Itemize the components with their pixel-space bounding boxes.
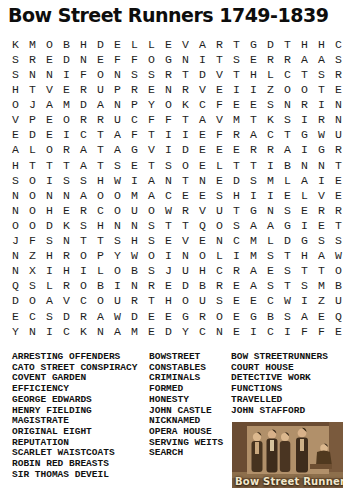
grid-cell-r14c6: T bbox=[92, 233, 109, 248]
grid-cell-r20c3: I bbox=[41, 324, 58, 339]
grid-cell-r4c14: I bbox=[228, 82, 245, 97]
grid-cell-r8c3: O bbox=[41, 143, 58, 158]
grid-cell-r8c16: R bbox=[262, 143, 279, 158]
word-list-column-2: BOWSTREETCONSTABLESCRIMINALSFORMEDHONEST… bbox=[149, 352, 223, 459]
grid-cell-r3c7: N bbox=[109, 67, 126, 82]
grid-cell-r13c1: O bbox=[7, 218, 24, 233]
grid-cell-r1c17: T bbox=[279, 37, 296, 52]
grid-cell-r2c13: T bbox=[211, 52, 228, 67]
grid-cell-r4c17: O bbox=[279, 82, 296, 97]
grid-cell-r9c16: I bbox=[262, 158, 279, 173]
grid-cell-r10c18: A bbox=[296, 173, 313, 188]
grid-cell-r3c2: N bbox=[24, 67, 41, 82]
grid-cell-r1c19: H bbox=[313, 37, 330, 52]
grid-cell-r16c2: X bbox=[24, 264, 41, 279]
grid-cell-r2c12: I bbox=[194, 52, 211, 67]
grid-cell-r12c18: E bbox=[296, 203, 313, 218]
grid-cell-r4c15: I bbox=[245, 82, 262, 97]
grid-cell-r18c8: R bbox=[126, 294, 143, 309]
grid-cell-r6c9: F bbox=[143, 113, 160, 128]
grid-cell-r14c2: F bbox=[24, 233, 41, 248]
grid-cell-r20c5: K bbox=[75, 324, 92, 339]
grid-cell-r14c10: E bbox=[160, 233, 177, 248]
grid-cell-r18c9: T bbox=[143, 294, 160, 309]
grid-cell-r3c13: V bbox=[211, 67, 228, 82]
grid-cell-r1c9: L bbox=[143, 37, 160, 52]
grid-cell-r4c8: R bbox=[126, 82, 143, 97]
grid-cell-r12c15: G bbox=[245, 203, 262, 218]
grid-cell-r13c15: A bbox=[245, 218, 262, 233]
word-list-item: SIR THOMAS DEVEIL bbox=[12, 470, 137, 481]
grid-cell-r3c16: L bbox=[262, 67, 279, 82]
grid-cell-r1c6: D bbox=[92, 37, 109, 52]
grid-cell-r4c1: H bbox=[7, 82, 24, 97]
grid-cell-r8c17: A bbox=[279, 143, 296, 158]
grid-cell-r14c12: E bbox=[194, 233, 211, 248]
grid-cell-r13c14: S bbox=[228, 218, 245, 233]
grid-cell-r20c8: M bbox=[126, 324, 143, 339]
grid-cell-r4c10: N bbox=[160, 82, 177, 97]
grid-cell-r15c19: A bbox=[313, 248, 330, 263]
grid-cell-r16c18: T bbox=[296, 264, 313, 279]
grid-cell-r3c12: D bbox=[194, 67, 211, 82]
grid-cell-r17c17: T bbox=[279, 279, 296, 294]
grid-cell-r11c20: E bbox=[330, 188, 347, 203]
grid-cell-r11c13: S bbox=[211, 188, 228, 203]
grid-cell-r7c7: A bbox=[109, 128, 126, 143]
grid-cell-r14c17: D bbox=[279, 233, 296, 248]
grid-cell-r12c13: U bbox=[211, 203, 228, 218]
grid-cell-r3c3: N bbox=[41, 67, 58, 82]
grid-cell-r2c7: F bbox=[109, 52, 126, 67]
grid-cell-r12c14: T bbox=[228, 203, 245, 218]
grid-cell-r3c17: C bbox=[279, 67, 296, 82]
grid-cell-r2c14: S bbox=[228, 52, 245, 67]
grid-cell-r7c13: F bbox=[211, 128, 228, 143]
grid-cell-r8c6: T bbox=[92, 143, 109, 158]
grid-cell-r6c13: V bbox=[211, 113, 228, 128]
grid-cell-r9c11: O bbox=[177, 158, 194, 173]
grid-cell-r6c3: E bbox=[41, 113, 58, 128]
grid-cell-r20c12: C bbox=[194, 324, 211, 339]
grid-cell-r7c6: T bbox=[92, 128, 109, 143]
grid-cell-r5c11: K bbox=[177, 97, 194, 112]
grid-cell-r6c8: C bbox=[126, 113, 143, 128]
grid-cell-r10c5: S bbox=[75, 173, 92, 188]
grid-cell-r9c13: L bbox=[211, 158, 228, 173]
grid-cell-r11c19: V bbox=[313, 188, 330, 203]
grid-cell-r20c18: F bbox=[296, 324, 313, 339]
grid-cell-r13c2: O bbox=[24, 218, 41, 233]
grid-cell-r7c1: E bbox=[7, 128, 24, 143]
grid-cell-r3c8: S bbox=[126, 67, 143, 82]
grid-cell-r2c18: A bbox=[296, 52, 313, 67]
grid-cell-r9c10: S bbox=[160, 158, 177, 173]
grid-cell-r16c9: S bbox=[143, 264, 160, 279]
grid-cell-r3c10: R bbox=[160, 67, 177, 82]
word-search-grid: KMOBHDELLEVARTGDTHHCSREDNEFFOGNITSERRAAS… bbox=[7, 37, 347, 339]
grid-cell-r10c13: E bbox=[211, 173, 228, 188]
grid-cell-r6c19: R bbox=[313, 113, 330, 128]
grid-cell-r12c2: O bbox=[24, 203, 41, 218]
grid-cell-r7c15: A bbox=[245, 128, 262, 143]
grid-cell-r1c7: E bbox=[109, 37, 126, 52]
grid-cell-r6c12: A bbox=[194, 113, 211, 128]
grid-cell-r16c12: H bbox=[194, 264, 211, 279]
grid-cell-r18c17: W bbox=[279, 294, 296, 309]
grid-cell-r15c4: R bbox=[58, 248, 75, 263]
grid-cell-r19c18: A bbox=[296, 309, 313, 324]
grid-cell-r9c20: T bbox=[330, 158, 347, 173]
grid-cell-r17c5: O bbox=[75, 279, 92, 294]
grid-cell-r19c16: B bbox=[262, 309, 279, 324]
grid-cell-r11c9: A bbox=[143, 188, 160, 203]
grid-cell-r3c18: T bbox=[296, 67, 313, 82]
grid-cell-r6c15: T bbox=[245, 113, 262, 128]
grid-cell-r19c1: E bbox=[7, 309, 24, 324]
grid-cell-r6c10: F bbox=[160, 113, 177, 128]
grid-cell-r16c15: A bbox=[245, 264, 262, 279]
word-list-column-3: BOW STREETRUNNERSCOURT HOUSEDETECTIVE WO… bbox=[231, 352, 328, 416]
grid-cell-r9c15: T bbox=[245, 158, 262, 173]
grid-cell-r15c3: H bbox=[41, 248, 58, 263]
grid-cell-r17c1: Q bbox=[7, 279, 24, 294]
grid-cell-r12c17: S bbox=[279, 203, 296, 218]
grid-cell-r12c11: R bbox=[177, 203, 194, 218]
grid-cell-r6c5: R bbox=[75, 113, 92, 128]
grid-cell-r13c18: I bbox=[296, 218, 313, 233]
grid-cell-r4c11: R bbox=[177, 82, 194, 97]
grid-cell-r5c1: O bbox=[7, 97, 24, 112]
grid-cell-r5c8: P bbox=[126, 97, 143, 112]
grid-cell-r8c10: I bbox=[160, 143, 177, 158]
grid-cell-r3c6: O bbox=[92, 67, 109, 82]
grid-cell-r11c6: O bbox=[92, 188, 109, 203]
grid-cell-r1c2: M bbox=[24, 37, 41, 52]
grid-cell-r9c19: N bbox=[313, 158, 330, 173]
grid-cell-r3c20: R bbox=[330, 67, 347, 82]
grid-cell-r19c3: S bbox=[41, 309, 58, 324]
grid-cell-r17c4: R bbox=[58, 279, 75, 294]
grid-cell-r14c1: J bbox=[7, 233, 24, 248]
grid-cell-r2c20: S bbox=[330, 52, 347, 67]
grid-cell-r8c12: E bbox=[194, 143, 211, 158]
grid-cell-r8c4: R bbox=[58, 143, 75, 158]
grid-cell-r2c5: N bbox=[75, 52, 92, 67]
worksheet-page: Bow Street Runners 1749-1839 KMOBHDELLEV… bbox=[0, 0, 354, 500]
grid-cell-r14c18: G bbox=[296, 233, 313, 248]
grid-cell-r14c15: M bbox=[245, 233, 262, 248]
grid-cell-r7c17: T bbox=[279, 128, 296, 143]
grid-cell-r12c20: R bbox=[330, 203, 347, 218]
grid-cell-r13c9: S bbox=[143, 218, 160, 233]
grid-cell-r5c9: Y bbox=[143, 97, 160, 112]
word-list-item: JOHN STAFFORD bbox=[231, 406, 328, 417]
grid-cell-r8c20: R bbox=[330, 143, 347, 158]
grid-cell-r9c9: T bbox=[143, 158, 160, 173]
grid-cell-r17c13: R bbox=[211, 279, 228, 294]
grid-cell-r7c9: T bbox=[143, 128, 160, 143]
grid-cell-r12c9: O bbox=[143, 203, 160, 218]
grid-cell-r14c4: N bbox=[58, 233, 75, 248]
grid-cell-r10c7: W bbox=[109, 173, 126, 188]
grid-cell-r4c6: U bbox=[92, 82, 109, 97]
grid-cell-r9c7: S bbox=[109, 158, 126, 173]
grid-cell-r19c12: R bbox=[194, 309, 211, 324]
grid-cell-r15c20: W bbox=[330, 248, 347, 263]
grid-cell-r7c19: W bbox=[313, 128, 330, 143]
grid-cell-r12c8: U bbox=[126, 203, 143, 218]
grid-cell-r9c8: E bbox=[126, 158, 143, 173]
runners-photo: Bow Street Runners bbox=[232, 422, 343, 488]
grid-cell-r2c16: R bbox=[262, 52, 279, 67]
grid-cell-r1c10: E bbox=[160, 37, 177, 52]
grid-cell-r2c2: R bbox=[24, 52, 41, 67]
grid-cell-r11c17: E bbox=[279, 188, 296, 203]
grid-cell-r5c3: A bbox=[41, 97, 58, 112]
grid-cell-r1c11: V bbox=[177, 37, 194, 52]
grid-cell-r16c16: E bbox=[262, 264, 279, 279]
grid-cell-r13c12: Q bbox=[194, 218, 211, 233]
grid-cell-r20c19: F bbox=[313, 324, 330, 339]
grid-cell-r4c16: Z bbox=[262, 82, 279, 97]
grid-cell-r1c16: D bbox=[262, 37, 279, 52]
grid-cell-r18c3: A bbox=[41, 294, 58, 309]
grid-cell-r4c13: E bbox=[211, 82, 228, 97]
grid-cell-r18c20: U bbox=[330, 294, 347, 309]
grid-cell-r6c18: I bbox=[296, 113, 313, 128]
grid-cell-r10c17: L bbox=[279, 173, 296, 188]
grid-cell-r1c8: L bbox=[126, 37, 143, 52]
grid-cell-r19c15: G bbox=[245, 309, 262, 324]
grid-cell-r20c11: Y bbox=[177, 324, 194, 339]
grid-cell-r2c6: E bbox=[92, 52, 109, 67]
grid-cell-r5c20: N bbox=[330, 97, 347, 112]
grid-cell-r19c10: E bbox=[160, 309, 177, 324]
grid-cell-r15c14: I bbox=[228, 248, 245, 263]
grid-cell-r14c19: S bbox=[313, 233, 330, 248]
grid-cell-r17c9: R bbox=[143, 279, 160, 294]
grid-cell-r17c11: D bbox=[177, 279, 194, 294]
grid-cell-r13c16: A bbox=[262, 218, 279, 233]
grid-cell-r11c14: H bbox=[228, 188, 245, 203]
grid-cell-r15c17: T bbox=[279, 248, 296, 263]
grid-cell-r5c7: N bbox=[109, 97, 126, 112]
grid-cell-r1c4: B bbox=[58, 37, 75, 52]
grid-cell-r20c15: I bbox=[245, 324, 262, 339]
grid-cell-r1c3: O bbox=[41, 37, 58, 52]
grid-cell-r17c6: B bbox=[92, 279, 109, 294]
grid-cell-r5c12: C bbox=[194, 97, 211, 112]
grid-cell-r19c4: D bbox=[58, 309, 75, 324]
grid-cell-r15c12: O bbox=[194, 248, 211, 263]
grid-cell-r17c19: M bbox=[313, 279, 330, 294]
grid-cell-r15c9: O bbox=[143, 248, 160, 263]
grid-cell-r6c16: K bbox=[262, 113, 279, 128]
grid-cell-r3c9: S bbox=[143, 67, 160, 82]
grid-cell-r8c18: I bbox=[296, 143, 313, 158]
grid-cell-r14c11: V bbox=[177, 233, 194, 248]
grid-cell-r3c11: T bbox=[177, 67, 194, 82]
grid-cell-r20c6: N bbox=[92, 324, 109, 339]
grid-cell-r15c7: Y bbox=[109, 248, 126, 263]
grid-cell-r6c6: R bbox=[92, 113, 109, 128]
grid-cell-r3c4: I bbox=[58, 67, 75, 82]
grid-cell-r19c20: Q bbox=[330, 309, 347, 324]
grid-cell-r10c12: N bbox=[194, 173, 211, 188]
grid-cell-r16c10: J bbox=[160, 264, 177, 279]
grid-cell-r19c17: S bbox=[279, 309, 296, 324]
grid-cell-r18c13: S bbox=[211, 294, 228, 309]
grid-cell-r5c4: M bbox=[58, 97, 75, 112]
grid-cell-r15c8: W bbox=[126, 248, 143, 263]
grid-cell-r10c10: N bbox=[160, 173, 177, 188]
grid-cell-r8c13: E bbox=[211, 143, 228, 158]
grid-cell-r18c19: Z bbox=[313, 294, 330, 309]
word-list-item: TRAVELLED bbox=[231, 395, 328, 406]
grid-cell-r19c19: E bbox=[313, 309, 330, 324]
photo-caption: Bow Street Runners bbox=[235, 476, 343, 487]
grid-cell-r6c7: U bbox=[109, 113, 126, 128]
grid-cell-r10c8: I bbox=[126, 173, 143, 188]
grid-cell-r11c2: O bbox=[24, 188, 41, 203]
grid-cell-r4c4: E bbox=[58, 82, 75, 97]
grid-cell-r19c8: D bbox=[126, 309, 143, 324]
grid-cell-r1c1: K bbox=[7, 37, 24, 52]
grid-cell-r10c6: H bbox=[92, 173, 109, 188]
grid-cell-r18c15: E bbox=[245, 294, 262, 309]
grid-cell-r4c2: T bbox=[24, 82, 41, 97]
grid-cell-r15c16: S bbox=[262, 248, 279, 263]
grid-cell-r9c2: T bbox=[24, 158, 41, 173]
grid-cell-r8c2: L bbox=[24, 143, 41, 158]
word-list-item: GEORGE EDWARDS bbox=[12, 395, 137, 406]
puzzle-title: Bow Street Runners 1749-1839 bbox=[8, 4, 328, 26]
grid-cell-r11c18: L bbox=[296, 188, 313, 203]
grid-cell-r20c2: N bbox=[24, 324, 41, 339]
grid-cell-r5c17: N bbox=[279, 97, 296, 112]
grid-cell-r13c17: G bbox=[279, 218, 296, 233]
grid-cell-r14c16: L bbox=[262, 233, 279, 248]
grid-cell-r13c13: O bbox=[211, 218, 228, 233]
grid-cell-r19c7: W bbox=[109, 309, 126, 324]
grid-cell-r9c14: T bbox=[228, 158, 245, 173]
grid-cell-r3c1: S bbox=[7, 67, 24, 82]
grid-cell-r7c16: C bbox=[262, 128, 279, 143]
grid-cell-r20c14: E bbox=[228, 324, 245, 339]
grid-cell-r1c15: G bbox=[245, 37, 262, 52]
grid-cell-r5c19: I bbox=[313, 97, 330, 112]
grid-cell-r5c10: O bbox=[160, 97, 177, 112]
grid-cell-r10c9: A bbox=[143, 173, 160, 188]
grid-cell-r11c11: E bbox=[177, 188, 194, 203]
grid-cell-r20c10: D bbox=[160, 324, 177, 339]
grid-cell-r8c14: E bbox=[228, 143, 245, 158]
grid-cell-r2c9: O bbox=[143, 52, 160, 67]
grid-cell-r3c14: T bbox=[228, 67, 245, 82]
grid-cell-r6c20: N bbox=[330, 113, 347, 128]
grid-cell-r7c14: R bbox=[228, 128, 245, 143]
grid-cell-r7c10: I bbox=[160, 128, 177, 143]
grid-cell-r10c14: D bbox=[228, 173, 245, 188]
grid-cell-r10c20: E bbox=[330, 173, 347, 188]
grid-cell-r9c17: B bbox=[279, 158, 296, 173]
grid-cell-r14c7: S bbox=[109, 233, 126, 248]
grid-cell-r19c2: C bbox=[24, 309, 41, 324]
grid-cell-r4c20: E bbox=[330, 82, 347, 97]
word-list-item: HONESTY bbox=[149, 395, 223, 406]
grid-cell-r15c2: Z bbox=[24, 248, 41, 263]
grid-cell-r7c12: E bbox=[194, 128, 211, 143]
grid-cell-r8c7: A bbox=[109, 143, 126, 158]
grid-cell-r4c7: P bbox=[109, 82, 126, 97]
grid-cell-r15c5: O bbox=[75, 248, 92, 263]
grid-cell-r17c12: B bbox=[194, 279, 211, 294]
grid-cell-r18c2: O bbox=[24, 294, 41, 309]
grid-cell-r5c6: A bbox=[92, 97, 109, 112]
grid-cell-r8c9: V bbox=[143, 143, 160, 158]
grid-cell-r19c9: E bbox=[143, 309, 160, 324]
grid-cell-r8c19: G bbox=[313, 143, 330, 158]
grid-cell-r8c1: A bbox=[7, 143, 24, 158]
grid-cell-r15c15: M bbox=[245, 248, 262, 263]
grid-cell-r13c11: T bbox=[177, 218, 194, 233]
grid-cell-r10c16: M bbox=[262, 173, 279, 188]
grid-cell-r6c17: S bbox=[279, 113, 296, 128]
grid-cell-r1c12: A bbox=[194, 37, 211, 52]
grid-cell-r2c3: E bbox=[41, 52, 58, 67]
grid-cell-r9c4: T bbox=[58, 158, 75, 173]
grid-cell-r11c16: I bbox=[262, 188, 279, 203]
grid-cell-r18c4: V bbox=[58, 294, 75, 309]
grid-cell-r18c7: U bbox=[109, 294, 126, 309]
grid-cell-r20c7: A bbox=[109, 324, 126, 339]
grid-cell-r20c1: Y bbox=[7, 324, 24, 339]
grid-cell-r15c10: I bbox=[160, 248, 177, 263]
grid-cell-r6c4: O bbox=[58, 113, 75, 128]
grid-cell-r20c20: E bbox=[330, 324, 347, 339]
grid-cell-r7c20: U bbox=[330, 128, 347, 143]
grid-cell-r17c3: L bbox=[41, 279, 58, 294]
grid-cell-r10c4: S bbox=[58, 173, 75, 188]
grid-cell-r12c4: E bbox=[58, 203, 75, 218]
grid-cell-r6c2: P bbox=[24, 113, 41, 128]
grid-cell-r11c4: N bbox=[58, 188, 75, 203]
grid-cell-r20c13: N bbox=[211, 324, 228, 339]
grid-cell-r11c8: M bbox=[126, 188, 143, 203]
grid-cell-r19c13: O bbox=[211, 309, 228, 324]
grid-cell-r2c17: R bbox=[279, 52, 296, 67]
grid-cell-r15c13: L bbox=[211, 248, 228, 263]
grid-cell-r8c5: A bbox=[75, 143, 92, 158]
grid-cell-r13c10: T bbox=[160, 218, 177, 233]
grid-cell-r16c14: R bbox=[228, 264, 245, 279]
grid-cell-r17c7: I bbox=[109, 279, 126, 294]
grid-cell-r13c19: E bbox=[313, 218, 330, 233]
grid-cell-r8c8: G bbox=[126, 143, 143, 158]
grid-cell-r14c14: C bbox=[228, 233, 245, 248]
grid-cell-r20c17: I bbox=[279, 324, 296, 339]
grid-cell-r18c10: H bbox=[160, 294, 177, 309]
grid-cell-r14c3: S bbox=[41, 233, 58, 248]
grid-cell-r4c9: E bbox=[143, 82, 160, 97]
grid-cell-r2c1: S bbox=[7, 52, 24, 67]
grid-cell-r18c11: O bbox=[177, 294, 194, 309]
grid-cell-r12c5: R bbox=[75, 203, 92, 218]
grid-cell-r11c1: N bbox=[7, 188, 24, 203]
grid-cell-r12c1: N bbox=[7, 203, 24, 218]
grid-cell-r9c5: A bbox=[75, 158, 92, 173]
